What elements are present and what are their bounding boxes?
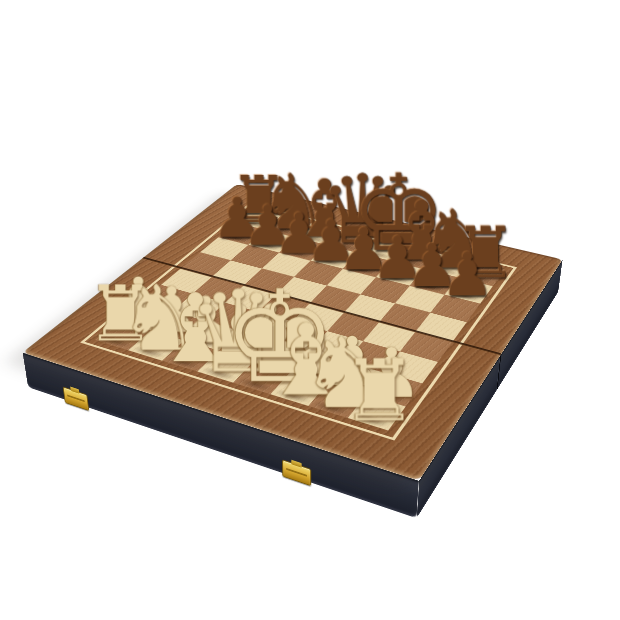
piece-shadow	[311, 399, 353, 418]
chess-box: ♜♞♝♛♚♝♞♜♟♟♟♟♟♟♟♟♟♟♟♟♟♟♟♟♜♞♝♛♚♝♞♜	[22, 184, 562, 481]
box-fold-seam-side	[497, 354, 502, 390]
board-plane: ♜♞♝♛♚♝♞♜♟♟♟♟♟♟♟♟♟♟♟♟♟♟♟♟♜♞♝♛♚♝♞♜	[22, 184, 562, 481]
square-h1: ♜	[348, 395, 406, 431]
square-d3	[239, 312, 292, 341]
piece-shadow	[164, 354, 203, 371]
piece-shadow	[350, 411, 392, 430]
photo-canvas: ♜♞♝♛♚♝♞♜♟♟♟♟♟♟♟♟♟♟♟♟♟♟♟♟♜♞♝♛♚♝♞♜	[0, 0, 620, 620]
piece-shadow	[130, 344, 168, 360]
piece-shadow	[199, 365, 238, 382]
piece-shadow	[97, 334, 135, 350]
piece-shadow	[120, 315, 157, 330]
brass-clasp-right	[282, 459, 311, 486]
brass-clasp-left	[63, 386, 90, 411]
square-g8: ♞	[424, 253, 471, 277]
piece-shadow	[272, 387, 313, 405]
piece-shadow	[235, 376, 275, 394]
